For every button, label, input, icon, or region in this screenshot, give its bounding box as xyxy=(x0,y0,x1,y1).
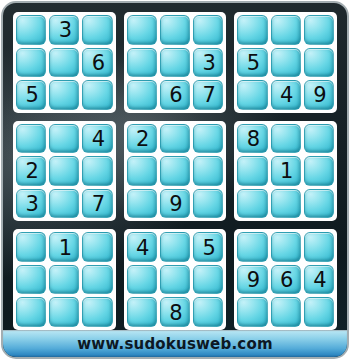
cell-r7c8[interactable] xyxy=(271,232,301,262)
cell-r9c2[interactable] xyxy=(49,297,79,327)
cell-r4c5[interactable] xyxy=(160,124,190,154)
cell-r3c1[interactable]: 5 xyxy=(16,80,46,110)
cell-r5c7[interactable] xyxy=(237,156,267,186)
given-digit: 7 xyxy=(92,194,105,215)
cell-r2c1[interactable] xyxy=(16,48,46,78)
given-digit: 1 xyxy=(280,161,293,182)
cell-r3c6[interactable]: 7 xyxy=(193,80,223,110)
cell-r2c3[interactable]: 6 xyxy=(82,48,112,78)
cell-r3c5[interactable]: 6 xyxy=(160,80,190,110)
sudoku-grid: 365367549423729811458964 xyxy=(13,12,337,330)
cell-r4c9[interactable] xyxy=(304,124,334,154)
cell-r3c4[interactable] xyxy=(127,80,157,110)
cell-r1c8[interactable] xyxy=(271,15,301,45)
given-digit: 3 xyxy=(59,20,72,41)
cell-r6c2[interactable] xyxy=(49,189,79,219)
cell-r3c8[interactable]: 4 xyxy=(271,80,301,110)
cell-r6c9[interactable] xyxy=(304,189,334,219)
given-digit: 5 xyxy=(25,85,38,106)
given-digit: 4 xyxy=(280,85,293,106)
given-digit: 6 xyxy=(92,53,105,74)
cell-r5c8[interactable]: 1 xyxy=(271,156,301,186)
cell-r7c3[interactable] xyxy=(82,232,112,262)
cell-r3c7[interactable] xyxy=(237,80,267,110)
cell-r1c2[interactable]: 3 xyxy=(49,15,79,45)
box-1-3: 549 xyxy=(234,12,337,113)
given-digit: 6 xyxy=(280,270,293,291)
cell-r5c1[interactable]: 2 xyxy=(16,156,46,186)
cell-r9c5[interactable]: 8 xyxy=(160,297,190,327)
cell-r8c9[interactable]: 4 xyxy=(304,265,334,295)
given-digit: 8 xyxy=(247,129,260,150)
cell-r8c1[interactable] xyxy=(16,265,46,295)
cell-r9c8[interactable] xyxy=(271,297,301,327)
cell-r4c6[interactable] xyxy=(193,124,223,154)
box-3-2: 458 xyxy=(124,229,227,330)
box-2-2: 29 xyxy=(124,121,227,222)
cell-r1c7[interactable] xyxy=(237,15,267,45)
cell-r2c6[interactable]: 3 xyxy=(193,48,223,78)
box-2-1: 4237 xyxy=(13,121,116,222)
given-digit: 4 xyxy=(313,270,326,291)
cell-r3c9[interactable]: 9 xyxy=(304,80,334,110)
cell-r2c8[interactable] xyxy=(271,48,301,78)
cell-r7c9[interactable] xyxy=(304,232,334,262)
given-digit: 7 xyxy=(203,85,216,106)
cell-r4c4[interactable]: 2 xyxy=(127,124,157,154)
cell-r4c1[interactable] xyxy=(16,124,46,154)
given-digit: 9 xyxy=(247,270,260,291)
cell-r1c5[interactable] xyxy=(160,15,190,45)
given-digit: 8 xyxy=(169,303,182,324)
given-digit: 5 xyxy=(247,53,260,74)
board-plaque: 365367549423729811458964 www.sudokusweb.… xyxy=(1,1,349,359)
cell-r6c7[interactable] xyxy=(237,189,267,219)
box-3-3: 964 xyxy=(234,229,337,330)
cell-r6c4[interactable] xyxy=(127,189,157,219)
cell-r6c3[interactable]: 7 xyxy=(82,189,112,219)
cell-r8c3[interactable] xyxy=(82,265,112,295)
cell-r1c4[interactable] xyxy=(127,15,157,45)
box-3-1: 1 xyxy=(13,229,116,330)
cell-r1c3[interactable] xyxy=(82,15,112,45)
cell-r9c7[interactable] xyxy=(237,297,267,327)
cell-r7c2[interactable]: 1 xyxy=(49,232,79,262)
cell-r9c6[interactable] xyxy=(193,297,223,327)
cell-r5c2[interactable] xyxy=(49,156,79,186)
cell-r1c6[interactable] xyxy=(193,15,223,45)
cell-r7c1[interactable] xyxy=(16,232,46,262)
cell-r7c4[interactable]: 4 xyxy=(127,232,157,262)
cell-r6c1[interactable]: 3 xyxy=(16,189,46,219)
given-digit: 6 xyxy=(169,85,182,106)
cell-r8c5[interactable] xyxy=(160,265,190,295)
cell-r6c5[interactable]: 9 xyxy=(160,189,190,219)
box-2-3: 81 xyxy=(234,121,337,222)
footer-bar: www.sudokusweb.com xyxy=(3,330,347,357)
cell-r8c8[interactable]: 6 xyxy=(271,265,301,295)
cell-r9c1[interactable] xyxy=(16,297,46,327)
given-digit: 1 xyxy=(59,238,72,259)
cell-r4c2[interactable] xyxy=(49,124,79,154)
cell-r1c9[interactable] xyxy=(304,15,334,45)
sudoku-screenshot: 365367549423729811458964 www.sudokusweb.… xyxy=(0,0,350,360)
cell-r5c4[interactable] xyxy=(127,156,157,186)
cell-r2c5[interactable] xyxy=(160,48,190,78)
cell-r8c6[interactable] xyxy=(193,265,223,295)
given-digit: 2 xyxy=(136,129,149,150)
cell-r3c2[interactable] xyxy=(49,80,79,110)
cell-r3c3[interactable] xyxy=(82,80,112,110)
given-digit: 2 xyxy=(25,161,38,182)
cell-r8c4[interactable] xyxy=(127,265,157,295)
cell-r7c5[interactable] xyxy=(160,232,190,262)
cell-r6c8[interactable] xyxy=(271,189,301,219)
given-digit: 9 xyxy=(313,85,326,106)
cell-r4c3[interactable]: 4 xyxy=(82,124,112,154)
given-digit: 4 xyxy=(92,129,105,150)
given-digit: 3 xyxy=(203,53,216,74)
cell-r5c5[interactable] xyxy=(160,156,190,186)
cell-r9c4[interactable] xyxy=(127,297,157,327)
cell-r6c6[interactable] xyxy=(193,189,223,219)
given-digit: 9 xyxy=(169,194,182,215)
cell-r2c4[interactable] xyxy=(127,48,157,78)
given-digit: 5 xyxy=(203,238,216,259)
cell-r8c2[interactable] xyxy=(49,265,79,295)
cell-r5c6[interactable] xyxy=(193,156,223,186)
cell-r9c3[interactable] xyxy=(82,297,112,327)
cell-r4c7[interactable]: 8 xyxy=(237,124,267,154)
cell-r2c9[interactable] xyxy=(304,48,334,78)
cell-r5c3[interactable] xyxy=(82,156,112,186)
cell-r7c6[interactable]: 5 xyxy=(193,232,223,262)
cell-r4c8[interactable] xyxy=(271,124,301,154)
cell-r2c7[interactable]: 5 xyxy=(237,48,267,78)
site-link[interactable]: www.sudokusweb.com xyxy=(77,335,272,353)
cell-r2c2[interactable] xyxy=(49,48,79,78)
given-digit: 4 xyxy=(136,238,149,259)
box-1-1: 365 xyxy=(13,12,116,113)
box-1-2: 367 xyxy=(124,12,227,113)
given-digit: 3 xyxy=(25,194,38,215)
cell-r8c7[interactable]: 9 xyxy=(237,265,267,295)
cell-r5c9[interactable] xyxy=(304,156,334,186)
cell-r7c7[interactable] xyxy=(237,232,267,262)
cell-r9c9[interactable] xyxy=(304,297,334,327)
cell-r1c1[interactable] xyxy=(16,15,46,45)
